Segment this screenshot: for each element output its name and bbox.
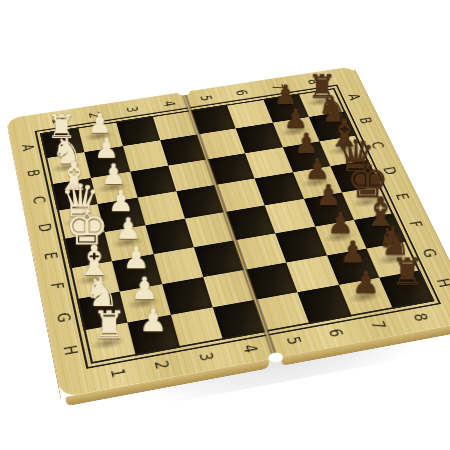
white-pawn[interactable]: ♟	[131, 273, 159, 304]
white-pawn[interactable]: ♟	[139, 305, 167, 337]
black-pawn[interactable]: ♟	[352, 267, 380, 298]
black-rook[interactable]: ♜	[390, 254, 423, 291]
white-pawn[interactable]: ♟	[123, 243, 150, 273]
chess-board: 12345678AABBCCDDEEFFGGHH12345678 ♜♞♝♛♚♝♞…	[6, 66, 450, 398]
white-rook[interactable]: ♜	[92, 306, 126, 344]
product-photo-scene: 12345678AABBCCDDEEFFGGHH12345678 ♜♞♝♛♚♝♞…	[0, 0, 450, 450]
black-pawn[interactable]: ♟	[339, 237, 366, 267]
